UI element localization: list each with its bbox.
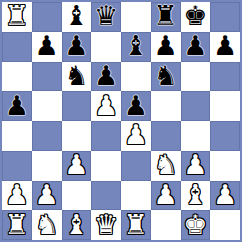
square-e2[interactable] <box>121 181 151 211</box>
square-g7[interactable]: ♟ <box>181 32 211 62</box>
square-a4[interactable] <box>2 121 32 151</box>
square-f4[interactable] <box>151 121 181 151</box>
square-g8[interactable]: ♚ <box>181 2 211 32</box>
square-b1[interactable]: ♞ <box>32 210 62 240</box>
square-d6[interactable]: ♟ <box>91 62 121 92</box>
piece-black-pawn[interactable]: ♟ <box>64 32 88 59</box>
square-a6[interactable] <box>2 62 32 92</box>
square-f7[interactable]: ♟ <box>151 32 181 62</box>
piece-black-bishop[interactable]: ♝ <box>64 2 88 29</box>
square-g3[interactable]: ♟ <box>181 151 211 181</box>
piece-black-pawn[interactable]: ♟ <box>213 32 237 59</box>
piece-white-pawn[interactable]: ♟ <box>154 181 178 208</box>
square-e8[interactable] <box>121 2 151 32</box>
piece-black-rook[interactable]: ♜ <box>154 2 178 29</box>
square-c8[interactable]: ♝ <box>62 2 92 32</box>
piece-black-knight[interactable]: ♞ <box>64 62 88 89</box>
piece-black-pawn[interactable]: ♟ <box>183 32 207 59</box>
square-h5[interactable] <box>210 91 240 121</box>
square-c2[interactable] <box>62 181 92 211</box>
square-h8[interactable] <box>210 2 240 32</box>
square-e3[interactable] <box>121 151 151 181</box>
square-d5[interactable]: ♟ <box>91 91 121 121</box>
piece-white-pawn[interactable]: ♟ <box>213 181 237 208</box>
piece-white-pawn[interactable]: ♟ <box>5 181 29 208</box>
square-b7[interactable]: ♟ <box>32 32 62 62</box>
square-e6[interactable] <box>121 62 151 92</box>
square-d8[interactable]: ♛ <box>91 2 121 32</box>
square-a5[interactable]: ♟ <box>2 91 32 121</box>
square-f6[interactable]: ♞ <box>151 62 181 92</box>
piece-white-bishop[interactable]: ♝ <box>183 181 207 208</box>
square-e5[interactable]: ♟ <box>121 91 151 121</box>
square-f3[interactable]: ♞ <box>151 151 181 181</box>
piece-white-pawn[interactable]: ♟ <box>94 92 118 119</box>
square-d1[interactable]: ♛ <box>91 210 121 240</box>
piece-white-rook[interactable]: ♜ <box>5 211 29 238</box>
square-h7[interactable]: ♟ <box>210 32 240 62</box>
square-e4[interactable]: ♟ <box>121 121 151 151</box>
piece-black-queen[interactable]: ♛ <box>94 2 118 29</box>
square-b5[interactable] <box>32 91 62 121</box>
square-a2[interactable]: ♟ <box>2 181 32 211</box>
square-b6[interactable] <box>32 62 62 92</box>
piece-white-bishop[interactable]: ♝ <box>64 211 88 238</box>
piece-white-king[interactable]: ♚ <box>183 211 207 238</box>
square-d4[interactable] <box>91 121 121 151</box>
square-b2[interactable]: ♟ <box>32 181 62 211</box>
chess-board: ♜♝♛♜♚♟♟♝♟♟♟♞♟♞♟♟♟♟♟♞♟♟♟♟♝♟♜♞♝♛♜♚ <box>0 0 242 242</box>
square-f8[interactable]: ♜ <box>151 2 181 32</box>
square-g2[interactable]: ♝ <box>181 181 211 211</box>
piece-white-pawn[interactable]: ♟ <box>183 151 207 178</box>
piece-black-pawn[interactable]: ♟ <box>5 92 29 119</box>
piece-white-queen[interactable]: ♛ <box>94 211 118 238</box>
square-g1[interactable]: ♚ <box>181 210 211 240</box>
square-f1[interactable] <box>151 210 181 240</box>
square-c1[interactable]: ♝ <box>62 210 92 240</box>
square-f2[interactable]: ♟ <box>151 181 181 211</box>
square-d2[interactable] <box>91 181 121 211</box>
piece-white-pawn[interactable]: ♟ <box>35 181 59 208</box>
square-e7[interactable]: ♝ <box>121 32 151 62</box>
piece-black-king[interactable]: ♚ <box>183 2 207 29</box>
square-a8[interactable]: ♜ <box>2 2 32 32</box>
piece-black-pawn[interactable]: ♟ <box>154 32 178 59</box>
square-g6[interactable] <box>181 62 211 92</box>
square-g5[interactable] <box>181 91 211 121</box>
square-h4[interactable] <box>210 121 240 151</box>
piece-black-pawn[interactable]: ♟ <box>124 92 148 119</box>
square-h1[interactable] <box>210 210 240 240</box>
piece-white-knight[interactable]: ♞ <box>154 151 178 178</box>
square-c6[interactable]: ♞ <box>62 62 92 92</box>
square-a1[interactable]: ♜ <box>2 210 32 240</box>
square-b4[interactable] <box>32 121 62 151</box>
square-f5[interactable] <box>151 91 181 121</box>
square-h3[interactable] <box>210 151 240 181</box>
piece-black-bishop[interactable]: ♝ <box>124 32 148 59</box>
square-c7[interactable]: ♟ <box>62 32 92 62</box>
piece-black-knight[interactable]: ♞ <box>154 62 178 89</box>
square-c4[interactable] <box>62 121 92 151</box>
square-a3[interactable] <box>2 151 32 181</box>
square-h2[interactable]: ♟ <box>210 181 240 211</box>
piece-white-rook[interactable]: ♜ <box>124 211 148 238</box>
square-a7[interactable] <box>2 32 32 62</box>
piece-black-pawn[interactable]: ♟ <box>94 62 118 89</box>
square-d3[interactable] <box>91 151 121 181</box>
square-g4[interactable] <box>181 121 211 151</box>
piece-white-pawn[interactable]: ♟ <box>64 151 88 178</box>
square-c5[interactable] <box>62 91 92 121</box>
square-h6[interactable] <box>210 62 240 92</box>
piece-white-knight[interactable]: ♞ <box>35 211 59 238</box>
square-d7[interactable] <box>91 32 121 62</box>
piece-black-pawn[interactable]: ♟ <box>35 32 59 59</box>
square-c3[interactable]: ♟ <box>62 151 92 181</box>
square-b8[interactable] <box>32 2 62 32</box>
piece-white-rook[interactable]: ♜ <box>5 2 29 29</box>
piece-white-pawn[interactable]: ♟ <box>124 121 148 148</box>
square-b3[interactable] <box>32 151 62 181</box>
square-e1[interactable]: ♜ <box>121 210 151 240</box>
